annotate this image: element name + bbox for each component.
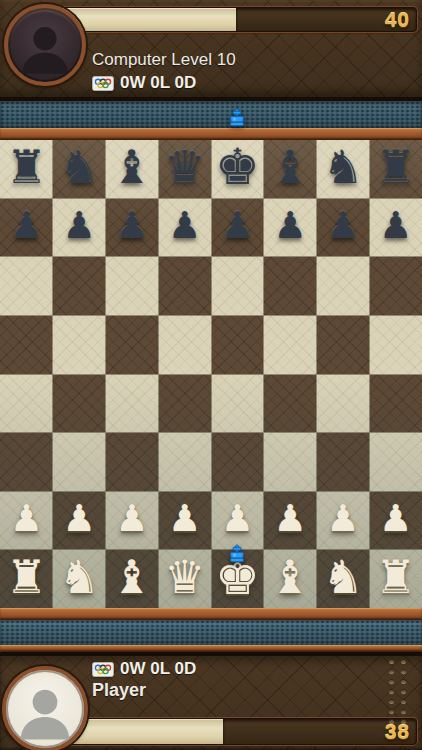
black-pawn-piece[interactable]: ♟ — [115, 207, 148, 244]
black-pawn-piece[interactable]: ♟ — [326, 207, 359, 244]
white-pawn-piece[interactable]: ♟ — [10, 500, 43, 537]
square-h6[interactable] — [370, 257, 422, 315]
grip-dot — [389, 659, 394, 664]
square-d3[interactable] — [159, 433, 211, 491]
square-f3[interactable] — [264, 433, 316, 491]
black-pawn-piece[interactable]: ♟ — [379, 207, 412, 244]
white-pawn-piece[interactable]: ♟ — [63, 500, 96, 537]
black-pawn-piece[interactable]: ♟ — [168, 207, 201, 244]
square-e5[interactable] — [212, 316, 264, 374]
piece-cell: ♚ — [211, 550, 264, 609]
grip-dot — [401, 709, 406, 714]
white-knight-piece[interactable]: ♞ — [59, 554, 100, 600]
black-pawn-piece[interactable]: ♟ — [63, 207, 96, 244]
white-bishop-piece[interactable]: ♝ — [270, 554, 311, 600]
opponent-panel: 40 Computer Level 10 — [0, 0, 422, 101]
grip-dot — [401, 679, 406, 684]
piece-cell: ♚ — [211, 140, 264, 199]
black-pawn-piece[interactable]: ♟ — [221, 207, 254, 244]
square-e6[interactable] — [212, 257, 264, 315]
square-b5[interactable] — [53, 316, 105, 374]
grip-dot — [401, 719, 406, 724]
black-knight-piece[interactable]: ♞ — [59, 144, 100, 190]
square-d6[interactable] — [159, 257, 211, 315]
square-g5[interactable] — [317, 316, 369, 374]
opponent-info: Computer Level 10 0W 0L 0D — [92, 50, 236, 93]
black-knight-piece[interactable]: ♞ — [322, 144, 363, 190]
piece-cell: ♞ — [53, 140, 106, 199]
white-rook-piece[interactable]: ♜ — [6, 554, 47, 600]
person-silhouette-icon — [14, 17, 76, 79]
square-c5[interactable] — [106, 316, 158, 374]
white-pawn-piece[interactable]: ♟ — [168, 500, 201, 537]
player-record: 0W 0L 0D — [92, 659, 196, 679]
square-h5[interactable] — [370, 316, 422, 374]
opponent-record: 0W 0L 0D — [92, 73, 236, 93]
square-e4[interactable] — [212, 375, 264, 433]
white-pawn-piece[interactable]: ♟ — [274, 500, 307, 537]
white-pawn-piece[interactable]: ♟ — [326, 500, 359, 537]
square-c3[interactable] — [106, 433, 158, 491]
white-queen-piece[interactable]: ♛ — [164, 554, 205, 600]
square-f4[interactable] — [264, 375, 316, 433]
opponent-avatar[interactable] — [4, 4, 86, 86]
square-e3[interactable] — [212, 433, 264, 491]
grip-dots — [389, 659, 406, 724]
board-bottom-rim — [0, 620, 422, 645]
square-c6[interactable] — [106, 257, 158, 315]
square-a5[interactable] — [0, 316, 52, 374]
square-h4[interactable] — [370, 375, 422, 433]
square-b6[interactable] — [53, 257, 105, 315]
grip-dot — [401, 669, 406, 674]
white-rook-piece[interactable]: ♜ — [375, 554, 416, 600]
piece-cell: ♝ — [264, 140, 317, 199]
piece-cell: ♜ — [369, 140, 422, 199]
white-knight-piece[interactable]: ♞ — [322, 554, 363, 600]
square-h3[interactable] — [370, 433, 422, 491]
opponent-progress-bar: 40 — [54, 7, 417, 32]
grip-dot — [401, 659, 406, 664]
piece-cell: ♛ — [158, 550, 211, 609]
white-king-piece[interactable]: ♚ — [215, 552, 260, 602]
opponent-name: Computer Level 10 — [92, 50, 236, 70]
piece-cell: ♜ — [0, 140, 53, 199]
black-rook-piece[interactable]: ♜ — [6, 144, 47, 190]
square-a6[interactable] — [0, 257, 52, 315]
board-bottom-wood-edge — [0, 608, 422, 620]
person-silhouette-icon — [12, 679, 78, 745]
chess-board: ♜♞♝♛♚♝♞♜♟♟♟♟♟♟♟♟♟♟♟♟♟♟♟♟♜♞♝♛♚♝♞♜ — [0, 140, 422, 608]
player-avatar[interactable] — [2, 666, 88, 750]
player-panel: 0W 0L 0D Player 38 — [0, 656, 422, 750]
piece-cell: ♝ — [106, 140, 159, 199]
grip-dot — [389, 679, 394, 684]
opponent-record-text: 0W 0L 0D — [120, 73, 196, 93]
square-d4[interactable] — [159, 375, 211, 433]
black-pawn-piece[interactable]: ♟ — [10, 207, 43, 244]
grip-dot — [389, 699, 394, 704]
black-bishop-piece[interactable]: ♝ — [111, 144, 152, 190]
piece-cell: ♞ — [317, 550, 370, 609]
square-g3[interactable] — [317, 433, 369, 491]
olympic-rings-icon — [92, 76, 114, 91]
black-queen-piece[interactable]: ♛ — [164, 144, 205, 190]
piece-cell: ♛ — [158, 140, 211, 199]
piece-cell: ♜ — [369, 550, 422, 609]
square-f5[interactable] — [264, 316, 316, 374]
white-pawn-piece[interactable]: ♟ — [221, 500, 254, 537]
grip-dot — [389, 709, 394, 714]
chess-app: 40 Computer Level 10 — [0, 0, 422, 750]
white-pawn-piece[interactable]: ♟ — [379, 500, 412, 537]
grip-dot — [389, 689, 394, 694]
square-a4[interactable] — [0, 375, 52, 433]
square-g6[interactable] — [317, 257, 369, 315]
square-g4[interactable] — [317, 375, 369, 433]
player-record-text: 0W 0L 0D — [120, 659, 196, 679]
square-a3[interactable] — [0, 433, 52, 491]
board-top-wood-edge — [0, 128, 422, 140]
player-info: 0W 0L 0D Player — [92, 657, 196, 701]
board-top-rim — [0, 101, 422, 128]
square-d5[interactable] — [159, 316, 211, 374]
grip-dot — [389, 669, 394, 674]
piece-cell: ♝ — [264, 550, 317, 609]
square-b3[interactable] — [53, 433, 105, 491]
board-bottom-outer-wood-edge — [0, 645, 422, 652]
black-bishop-piece[interactable]: ♝ — [270, 144, 311, 190]
player-name: Player — [92, 680, 196, 701]
square-c4[interactable] — [106, 375, 158, 433]
grip-dot — [389, 719, 394, 724]
olympic-rings-icon — [92, 662, 114, 677]
grip-dot — [401, 699, 406, 704]
black-rook-piece[interactable]: ♜ — [375, 144, 416, 190]
square-b4[interactable] — [53, 375, 105, 433]
black-king-piece[interactable]: ♚ — [215, 142, 260, 192]
piece-cell: ♞ — [53, 550, 106, 609]
white-bishop-piece[interactable]: ♝ — [111, 554, 152, 600]
piece-cell: ♞ — [317, 140, 370, 199]
player-progress-bar: 38 — [58, 718, 417, 745]
piece-cell: ♝ — [106, 550, 159, 609]
white-pawn-piece[interactable]: ♟ — [115, 500, 148, 537]
piece-cell: ♜ — [0, 550, 53, 609]
square-f6[interactable] — [264, 257, 316, 315]
opponent-score: 40 — [385, 8, 410, 32]
black-pawn-piece[interactable]: ♟ — [274, 207, 307, 244]
grip-dot — [401, 689, 406, 694]
